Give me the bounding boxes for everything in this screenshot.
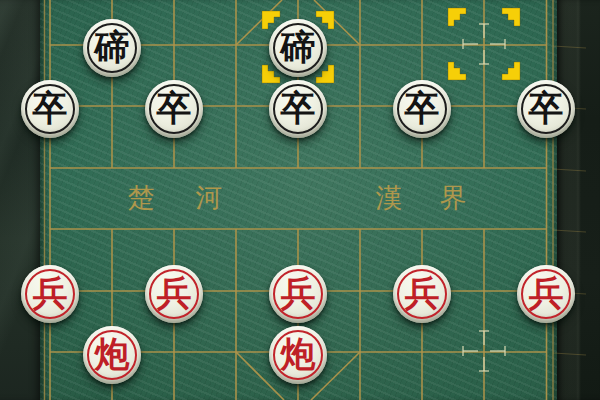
piece-glyph: 卒: [517, 80, 575, 138]
piece-red-soldier[interactable]: 兵: [21, 265, 79, 323]
river-char-chu: 楚: [128, 180, 155, 216]
piece-glyph: 碲: [269, 19, 327, 77]
river-char-jie: 界: [440, 180, 467, 216]
piece-glyph: 炮: [83, 326, 141, 384]
piece-glyph: 卒: [145, 80, 203, 138]
last-move-from-bracket: [502, 8, 520, 26]
piece-glyph: 卒: [21, 80, 79, 138]
piece-red-soldier[interactable]: 兵: [269, 265, 327, 323]
piece-glyph: 兵: [269, 265, 327, 323]
last-move-from-bracket: [448, 62, 466, 80]
river-char-he: 河: [196, 180, 223, 216]
piece-glyph: 兵: [145, 265, 203, 323]
piece-red-soldier[interactable]: 兵: [393, 265, 451, 323]
piece-black-soldier[interactable]: 卒: [21, 80, 79, 138]
piece-red-soldier[interactable]: 兵: [145, 265, 203, 323]
piece-black-soldier[interactable]: 卒: [517, 80, 575, 138]
xiangqi-table: 楚 河 漢 界 碲碲卒卒卒卒卒兵兵兵兵炮炮兵: [0, 0, 600, 400]
piece-glyph: 兵: [393, 265, 451, 323]
last-move-from-bracket: [448, 8, 466, 26]
piece-black-soldier[interactable]: 卒: [145, 80, 203, 138]
piece-red-cannon[interactable]: 炮: [83, 326, 141, 384]
piece-red-soldier[interactable]: 兵: [517, 265, 575, 323]
piece-glyph: 卒: [269, 80, 327, 138]
piece-glyph: 碲: [83, 19, 141, 77]
piece-black-cannon[interactable]: 碲: [83, 19, 141, 77]
piece-glyph: 兵: [517, 265, 575, 323]
piece-black-cannon[interactable]: 碲: [269, 19, 327, 77]
piece-red-cannon[interactable]: 炮: [269, 326, 327, 384]
piece-glyph: 卒: [393, 80, 451, 138]
last-move-from-bracket: [502, 62, 520, 80]
piece-glyph: 炮: [269, 326, 327, 384]
piece-black-soldier[interactable]: 卒: [393, 80, 451, 138]
river-char-han: 漢: [376, 180, 403, 216]
piece-glyph: 兵: [21, 265, 79, 323]
piece-black-soldier[interactable]: 卒: [269, 80, 327, 138]
